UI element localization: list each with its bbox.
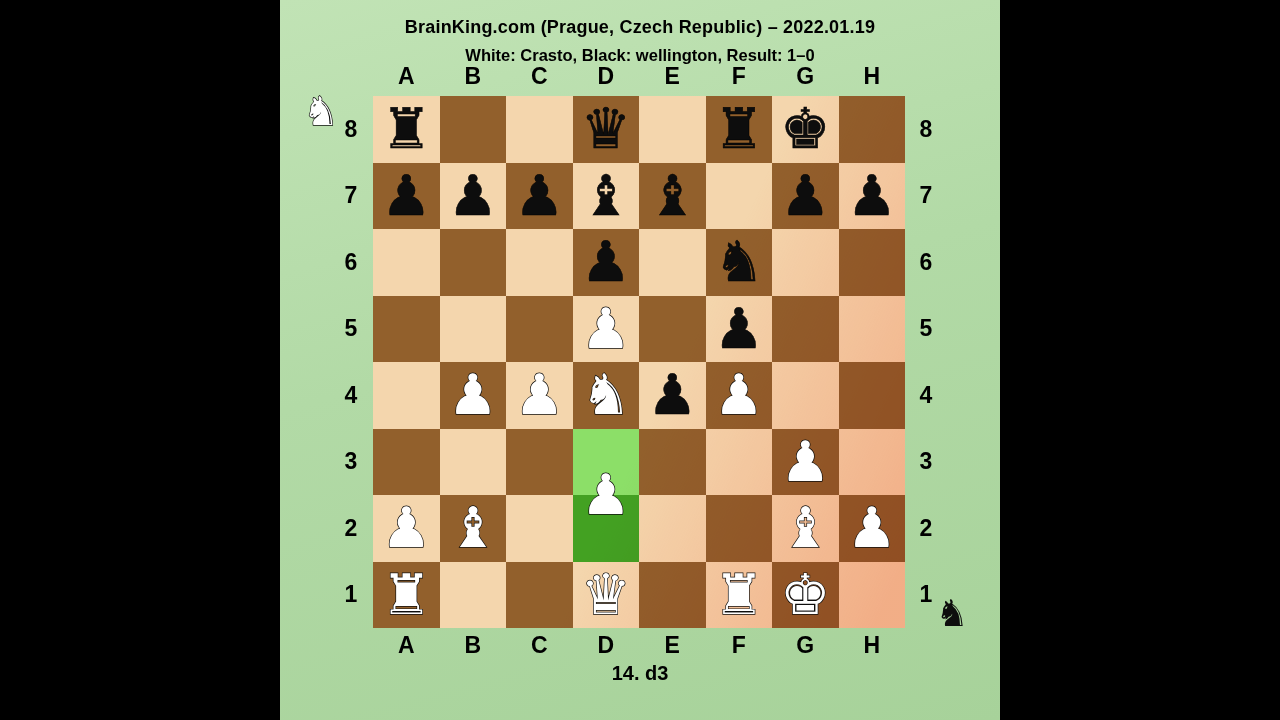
square-b4[interactable]: ♟: [440, 362, 507, 429]
piece-white-pawn[interactable]: ♟: [373, 495, 440, 562]
square-h3[interactable]: [839, 429, 906, 496]
square-e2[interactable]: [639, 495, 706, 562]
square-d5[interactable]: ♟: [573, 296, 640, 363]
captured-white-knight-icon: ♞: [297, 87, 345, 135]
square-a3[interactable]: [373, 429, 440, 496]
rank-label-4: 4: [336, 362, 366, 429]
rank-label-3: 3: [336, 429, 366, 496]
square-f3[interactable]: [706, 429, 773, 496]
rank-label-5: 5: [911, 296, 941, 363]
piece-black-queen[interactable]: ♛: [573, 96, 640, 163]
board: ♜♛♜♚♟♟♟♝♝♟♟♟♞♟♟♟♟♞♟♟♟♟♝♝♟♜♛♜♚♟: [373, 96, 905, 628]
square-a8[interactable]: ♜: [373, 96, 440, 163]
square-h8[interactable]: [839, 96, 906, 163]
square-h5[interactable]: [839, 296, 906, 363]
square-b8[interactable]: [440, 96, 507, 163]
square-c3[interactable]: [506, 429, 573, 496]
rank-label-3: 3: [911, 429, 941, 496]
piece-white-pawn[interactable]: ♟: [772, 429, 839, 496]
square-b1[interactable]: [440, 562, 507, 629]
rank-label-2: 2: [336, 495, 366, 562]
square-h1[interactable]: [839, 562, 906, 629]
piece-black-pawn[interactable]: ♟: [772, 163, 839, 230]
square-c5[interactable]: [506, 296, 573, 363]
square-e4[interactable]: ♟: [639, 362, 706, 429]
letterbox-right: [1000, 0, 1280, 720]
moving-piece-white-pawn[interactable]: ♟: [573, 462, 640, 529]
square-f6[interactable]: ♞: [706, 229, 773, 296]
piece-white-bishop[interactable]: ♝: [772, 495, 839, 562]
piece-black-pawn[interactable]: ♟: [639, 362, 706, 429]
file-label-a: A: [373, 631, 440, 659]
piece-black-rook[interactable]: ♜: [373, 96, 440, 163]
square-h2[interactable]: ♟: [839, 495, 906, 562]
file-label-e: E: [639, 631, 706, 659]
square-b2[interactable]: ♝: [440, 495, 507, 562]
square-g4[interactable]: [772, 362, 839, 429]
square-c8[interactable]: [506, 96, 573, 163]
file-labels-top: ABCDEFGH: [373, 62, 905, 90]
square-f7[interactable]: [706, 163, 773, 230]
rank-labels-right: 87654321: [911, 96, 941, 628]
file-label-g: G: [772, 631, 839, 659]
piece-white-bishop[interactable]: ♝: [440, 495, 507, 562]
page-title: BrainKing.com (Prague, Czech Republic) –…: [280, 17, 1000, 38]
rank-label-1: 1: [336, 562, 366, 629]
square-g3[interactable]: ♟: [772, 429, 839, 496]
square-e6[interactable]: [639, 229, 706, 296]
file-label-f: F: [706, 631, 773, 659]
square-b5[interactable]: [440, 296, 507, 363]
square-g6[interactable]: [772, 229, 839, 296]
video-frame: BrainKing.com (Prague, Czech Republic) –…: [0, 0, 1280, 720]
rank-label-6: 6: [336, 229, 366, 296]
file-label-c: C: [506, 62, 573, 90]
piece-white-pawn[interactable]: ♟: [506, 362, 573, 429]
file-label-d: D: [573, 62, 640, 90]
square-a5[interactable]: [373, 296, 440, 363]
piece-black-knight[interactable]: ♞: [706, 229, 773, 296]
rank-label-7: 7: [911, 163, 941, 230]
piece-black-pawn[interactable]: ♟: [573, 229, 640, 296]
piece-black-bishop[interactable]: ♝: [639, 163, 706, 230]
square-d7[interactable]: ♝: [573, 163, 640, 230]
file-label-c: C: [506, 631, 573, 659]
file-label-b: B: [440, 631, 507, 659]
file-labels-bottom: ABCDEFGH: [373, 631, 905, 659]
file-label-f: F: [706, 62, 773, 90]
square-c2[interactable]: [506, 495, 573, 562]
letterbox-left: [0, 0, 280, 720]
rank-label-6: 6: [911, 229, 941, 296]
square-h6[interactable]: [839, 229, 906, 296]
square-f2[interactable]: [706, 495, 773, 562]
square-c4[interactable]: ♟: [506, 362, 573, 429]
piece-black-pawn[interactable]: ♟: [839, 163, 906, 230]
square-d8[interactable]: ♛: [573, 96, 640, 163]
square-a2[interactable]: ♟: [373, 495, 440, 562]
square-b3[interactable]: [440, 429, 507, 496]
square-g7[interactable]: ♟: [772, 163, 839, 230]
square-a6[interactable]: [373, 229, 440, 296]
square-g1[interactable]: ♚: [772, 562, 839, 629]
square-e3[interactable]: [639, 429, 706, 496]
square-h4[interactable]: [839, 362, 906, 429]
square-d4[interactable]: ♞: [573, 362, 640, 429]
rank-label-5: 5: [336, 296, 366, 363]
square-a1[interactable]: ♜: [373, 562, 440, 629]
square-b7[interactable]: ♟: [440, 163, 507, 230]
square-d6[interactable]: ♟: [573, 229, 640, 296]
square-b6[interactable]: [440, 229, 507, 296]
file-label-h: H: [839, 62, 906, 90]
square-c6[interactable]: [506, 229, 573, 296]
piece-white-pawn[interactable]: ♟: [440, 362, 507, 429]
square-a7[interactable]: ♟: [373, 163, 440, 230]
game-frame: BrainKing.com (Prague, Czech Republic) –…: [280, 0, 1000, 720]
square-e8[interactable]: [639, 96, 706, 163]
file-label-d: D: [573, 631, 640, 659]
square-c7[interactable]: ♟: [506, 163, 573, 230]
file-label-g: G: [772, 62, 839, 90]
piece-white-pawn[interactable]: ♟: [573, 296, 640, 363]
piece-black-pawn[interactable]: ♟: [373, 163, 440, 230]
piece-white-pawn[interactable]: ♟: [839, 495, 906, 562]
piece-black-pawn[interactable]: ♟: [706, 296, 773, 363]
piece-white-rook[interactable]: ♜: [706, 562, 773, 629]
file-label-h: H: [839, 631, 906, 659]
rank-label-4: 4: [911, 362, 941, 429]
square-f8[interactable]: ♜: [706, 96, 773, 163]
piece-white-pawn[interactable]: ♟: [706, 362, 773, 429]
rank-label-8: 8: [911, 96, 941, 163]
file-label-b: B: [440, 62, 507, 90]
square-f5[interactable]: ♟: [706, 296, 773, 363]
piece-black-pawn[interactable]: ♟: [440, 163, 507, 230]
piece-white-rook[interactable]: ♜: [373, 562, 440, 629]
square-f4[interactable]: ♟: [706, 362, 773, 429]
square-g8[interactable]: ♚: [772, 96, 839, 163]
piece-white-king[interactable]: ♚: [772, 562, 839, 629]
square-h7[interactable]: ♟: [839, 163, 906, 230]
piece-black-pawn[interactable]: ♟: [506, 163, 573, 230]
rank-label-7: 7: [336, 163, 366, 230]
piece-black-rook[interactable]: ♜: [706, 96, 773, 163]
move-label: 14. d3: [280, 662, 1000, 685]
captured-black-knight-icon: ♞: [928, 589, 976, 637]
piece-white-queen[interactable]: ♛: [573, 562, 640, 629]
piece-black-king[interactable]: ♚: [772, 96, 839, 163]
square-g5[interactable]: [772, 296, 839, 363]
square-c1[interactable]: [506, 562, 573, 629]
rank-label-2: 2: [911, 495, 941, 562]
file-label-e: E: [639, 62, 706, 90]
piece-black-bishop[interactable]: ♝: [573, 163, 640, 230]
square-a4[interactable]: [373, 362, 440, 429]
square-e7[interactable]: ♝: [639, 163, 706, 230]
square-e1[interactable]: [639, 562, 706, 629]
square-d1[interactable]: ♛: [573, 562, 640, 629]
square-e5[interactable]: [639, 296, 706, 363]
square-f1[interactable]: ♜: [706, 562, 773, 629]
square-g2[interactable]: ♝: [772, 495, 839, 562]
piece-white-knight[interactable]: ♞: [573, 362, 640, 429]
rank-labels-left: 87654321: [336, 96, 366, 628]
file-label-a: A: [373, 62, 440, 90]
